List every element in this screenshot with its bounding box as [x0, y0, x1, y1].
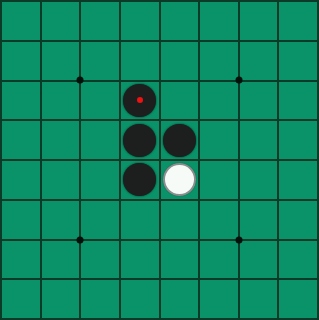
cell-a3[interactable] [2, 82, 40, 120]
cell-g7[interactable] [240, 241, 278, 279]
cell-d1[interactable] [121, 2, 159, 40]
cell-c2[interactable] [81, 42, 119, 80]
cell-e8[interactable] [161, 280, 199, 318]
cell-c4[interactable] [81, 121, 119, 159]
cell-c7[interactable] [81, 241, 119, 279]
cell-h4[interactable] [279, 121, 317, 159]
cell-d7[interactable] [121, 241, 159, 279]
cell-e4[interactable] [161, 121, 199, 159]
black-stone [123, 124, 156, 157]
cell-c3[interactable] [81, 82, 119, 120]
cell-h3[interactable] [279, 82, 317, 120]
cell-d4[interactable] [121, 121, 159, 159]
last-move-marker [137, 97, 143, 103]
cell-a7[interactable] [2, 241, 40, 279]
cell-a8[interactable] [2, 280, 40, 318]
cell-f5[interactable] [200, 161, 238, 199]
cell-e2[interactable] [161, 42, 199, 80]
cell-f8[interactable] [200, 280, 238, 318]
cell-h7[interactable] [279, 241, 317, 279]
cell-a6[interactable] [2, 201, 40, 239]
cell-d8[interactable] [121, 280, 159, 318]
cell-b2[interactable] [42, 42, 80, 80]
cell-e1[interactable] [161, 2, 199, 40]
cell-f4[interactable] [200, 121, 238, 159]
cell-f6[interactable] [200, 201, 238, 239]
cell-e7[interactable] [161, 241, 199, 279]
cell-b4[interactable] [42, 121, 80, 159]
cell-g5[interactable] [240, 161, 278, 199]
cell-h2[interactable] [279, 42, 317, 80]
cell-f3[interactable] [200, 82, 238, 120]
cell-b1[interactable] [42, 2, 80, 40]
cell-d2[interactable] [121, 42, 159, 80]
cell-b7[interactable] [42, 241, 80, 279]
cell-d5[interactable] [121, 161, 159, 199]
cell-a4[interactable] [2, 121, 40, 159]
cell-f7[interactable] [200, 241, 238, 279]
cell-g2[interactable] [240, 42, 278, 80]
cell-b8[interactable] [42, 280, 80, 318]
cell-f1[interactable] [200, 2, 238, 40]
cell-h6[interactable] [279, 201, 317, 239]
cell-g4[interactable] [240, 121, 278, 159]
cell-g3[interactable] [240, 82, 278, 120]
cell-h5[interactable] [279, 161, 317, 199]
cell-f2[interactable] [200, 42, 238, 80]
black-stone [123, 84, 156, 117]
white-stone [163, 163, 196, 196]
cell-e3[interactable] [161, 82, 199, 120]
cell-c8[interactable] [81, 280, 119, 318]
cell-b3[interactable] [42, 82, 80, 120]
cell-h8[interactable] [279, 280, 317, 318]
cell-a2[interactable] [2, 42, 40, 80]
cell-c6[interactable] [81, 201, 119, 239]
cell-d3[interactable] [121, 82, 159, 120]
cell-g1[interactable] [240, 2, 278, 40]
cell-b6[interactable] [42, 201, 80, 239]
othello-board [0, 0, 319, 320]
black-stone [163, 124, 196, 157]
cell-h1[interactable] [279, 2, 317, 40]
cell-b5[interactable] [42, 161, 80, 199]
cell-d6[interactable] [121, 201, 159, 239]
cell-e5[interactable] [161, 161, 199, 199]
cell-a1[interactable] [2, 2, 40, 40]
cell-c5[interactable] [81, 161, 119, 199]
cell-g6[interactable] [240, 201, 278, 239]
cell-a5[interactable] [2, 161, 40, 199]
black-stone [123, 163, 156, 196]
cell-e6[interactable] [161, 201, 199, 239]
cell-g8[interactable] [240, 280, 278, 318]
cell-c1[interactable] [81, 2, 119, 40]
